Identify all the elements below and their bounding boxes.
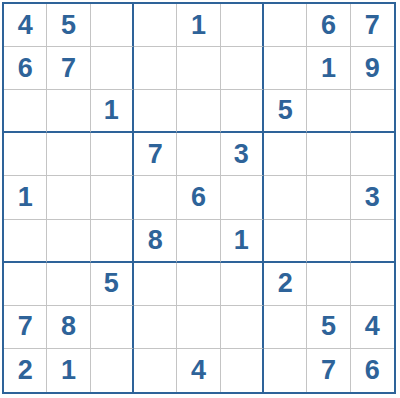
cell-r1c3[interactable]	[91, 4, 134, 47]
cell-r7c6[interactable]	[221, 263, 264, 306]
cell-r5c3[interactable]	[91, 176, 134, 219]
cell-r3c6[interactable]	[221, 90, 264, 133]
cell-r2c8[interactable]: 1	[307, 47, 350, 90]
cell-r7c9[interactable]	[351, 263, 394, 306]
cell-r1c1[interactable]: 4	[4, 4, 47, 47]
cell-r5c5[interactable]: 6	[177, 176, 220, 219]
cell-r9c9[interactable]: 6	[351, 349, 394, 392]
cell-r5c7[interactable]	[264, 176, 307, 219]
cell-r2c6[interactable]	[221, 47, 264, 90]
cell-r8c3[interactable]	[91, 306, 134, 349]
cell-r5c8[interactable]	[307, 176, 350, 219]
cell-r6c3[interactable]	[91, 220, 134, 263]
cell-r3c5[interactable]	[177, 90, 220, 133]
cell-r7c5[interactable]	[177, 263, 220, 306]
cell-r9c7[interactable]	[264, 349, 307, 392]
cell-r4c4[interactable]: 7	[134, 133, 177, 176]
cell-r4c8[interactable]	[307, 133, 350, 176]
cell-r4c7[interactable]	[264, 133, 307, 176]
cell-r7c2[interactable]	[47, 263, 90, 306]
cell-r1c8[interactable]: 6	[307, 4, 350, 47]
cell-r7c8[interactable]	[307, 263, 350, 306]
cell-r3c1[interactable]	[4, 90, 47, 133]
cell-r6c2[interactable]	[47, 220, 90, 263]
cell-r1c6[interactable]	[221, 4, 264, 47]
cell-r2c7[interactable]	[264, 47, 307, 90]
cell-r2c2[interactable]: 7	[47, 47, 90, 90]
cell-r9c4[interactable]	[134, 349, 177, 392]
cell-r4c3[interactable]	[91, 133, 134, 176]
cell-r3c3[interactable]: 1	[91, 90, 134, 133]
cell-r9c8[interactable]: 7	[307, 349, 350, 392]
cell-r6c9[interactable]	[351, 220, 394, 263]
cell-r9c3[interactable]	[91, 349, 134, 392]
cell-r5c1[interactable]: 1	[4, 176, 47, 219]
cell-r8c9[interactable]: 4	[351, 306, 394, 349]
cell-r4c9[interactable]	[351, 133, 394, 176]
cell-r1c7[interactable]	[264, 4, 307, 47]
cell-r2c5[interactable]	[177, 47, 220, 90]
cell-r8c4[interactable]	[134, 306, 177, 349]
cell-r7c7[interactable]: 2	[264, 263, 307, 306]
cell-r3c7[interactable]: 5	[264, 90, 307, 133]
cell-r5c9[interactable]: 3	[351, 176, 394, 219]
cell-r8c5[interactable]	[177, 306, 220, 349]
cell-r8c8[interactable]: 5	[307, 306, 350, 349]
cell-r9c2[interactable]: 1	[47, 349, 90, 392]
cell-r6c4[interactable]: 8	[134, 220, 177, 263]
cell-r8c1[interactable]: 7	[4, 306, 47, 349]
cell-r7c3[interactable]: 5	[91, 263, 134, 306]
cell-r8c2[interactable]: 8	[47, 306, 90, 349]
cell-r7c4[interactable]	[134, 263, 177, 306]
cell-r7c1[interactable]	[4, 263, 47, 306]
cell-r2c1[interactable]: 6	[4, 47, 47, 90]
cell-r6c8[interactable]	[307, 220, 350, 263]
cell-r2c4[interactable]	[134, 47, 177, 90]
cell-r2c3[interactable]	[91, 47, 134, 90]
cell-r5c4[interactable]	[134, 176, 177, 219]
cell-r3c8[interactable]	[307, 90, 350, 133]
sudoku-board: 45167671915731638152785421476	[2, 2, 396, 394]
cell-r3c4[interactable]	[134, 90, 177, 133]
cell-r3c9[interactable]	[351, 90, 394, 133]
cell-r4c5[interactable]	[177, 133, 220, 176]
cell-r1c5[interactable]: 1	[177, 4, 220, 47]
cell-r4c1[interactable]	[4, 133, 47, 176]
cell-r8c7[interactable]	[264, 306, 307, 349]
cell-r9c1[interactable]: 2	[4, 349, 47, 392]
cell-r1c2[interactable]: 5	[47, 4, 90, 47]
cell-r1c9[interactable]: 7	[351, 4, 394, 47]
cell-r8c6[interactable]	[221, 306, 264, 349]
cell-r4c2[interactable]	[47, 133, 90, 176]
cell-r3c2[interactable]	[47, 90, 90, 133]
cell-r6c6[interactable]: 1	[221, 220, 264, 263]
cell-r9c6[interactable]	[221, 349, 264, 392]
cell-r5c6[interactable]	[221, 176, 264, 219]
cell-r2c9[interactable]: 9	[351, 47, 394, 90]
cell-r5c2[interactable]	[47, 176, 90, 219]
cell-r6c7[interactable]	[264, 220, 307, 263]
cell-r6c5[interactable]	[177, 220, 220, 263]
cell-r6c1[interactable]	[4, 220, 47, 263]
cell-r4c6[interactable]: 3	[221, 133, 264, 176]
cell-r9c5[interactable]: 4	[177, 349, 220, 392]
cell-r1c4[interactable]	[134, 4, 177, 47]
